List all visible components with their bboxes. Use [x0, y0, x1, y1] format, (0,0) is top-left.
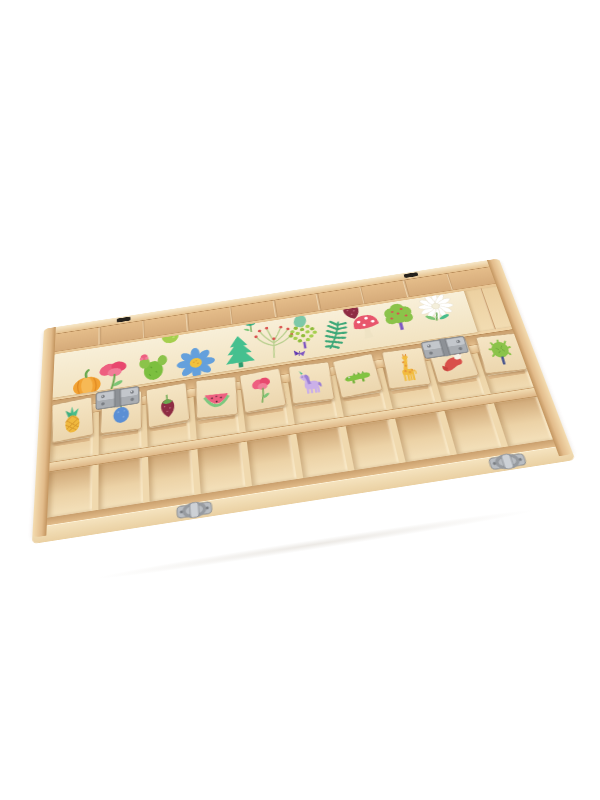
- lid-divider: [316, 294, 322, 311]
- lid-divider: [272, 300, 277, 317]
- tree-icon: [481, 338, 521, 369]
- empty-compartment: [346, 420, 400, 471]
- unicorn-icon: [293, 366, 329, 398]
- compartment-fox: [430, 354, 485, 401]
- empty-compartment: [296, 427, 348, 478]
- lid-divider: [186, 314, 190, 331]
- strip-picture-daisy: [413, 292, 460, 327]
- empty-compartment: [98, 458, 143, 510]
- compartment-pineapple: [50, 413, 93, 463]
- strawberry-icon: [151, 388, 185, 423]
- empty-compartment: [197, 442, 245, 494]
- lid-divider: [142, 320, 145, 337]
- lid-divider: [99, 327, 101, 344]
- compartment-watermelon: [194, 391, 240, 440]
- compartment-strawberry: [146, 398, 190, 447]
- empty-compartment: [247, 435, 297, 486]
- empty-compartment: [47, 465, 92, 517]
- compartment-plum: [99, 405, 142, 454]
- compartment-poppy: [241, 383, 289, 432]
- tile-unicorn[interactable]: [288, 361, 335, 404]
- daisy-icon: [413, 292, 460, 327]
- lid-divider: [446, 273, 454, 290]
- butterfly-icon: [290, 346, 310, 362]
- crocodile-icon: [338, 358, 377, 393]
- wooden-game-box: [14, 192, 557, 585]
- giraffe-icon: [387, 352, 425, 384]
- lid-latch-plate-left: [117, 317, 131, 323]
- strip-picture-cactus: [133, 347, 176, 386]
- poppy-icon: [244, 373, 280, 407]
- tile-poppy[interactable]: [239, 367, 287, 413]
- lid-divider: [229, 307, 233, 324]
- lid-divider: [479, 288, 496, 329]
- empty-compartment: [395, 412, 450, 462]
- lid-divider: [359, 287, 365, 304]
- cactus-icon: [133, 347, 176, 386]
- compartment-giraffe: [383, 361, 436, 409]
- strip-picture-butterfly: [290, 346, 310, 362]
- tile-watermelon[interactable]: [195, 376, 238, 419]
- product-photo: [0, 0, 600, 800]
- tile-strawberry[interactable]: [145, 382, 190, 428]
- empty-compartment: [444, 404, 501, 454]
- lid-divider: [403, 280, 410, 297]
- pineapple-icon: [56, 402, 88, 438]
- open-box: [32, 258, 573, 537]
- compartment-crocodile: [335, 369, 386, 417]
- lid-latch-plate-right: [404, 272, 419, 278]
- empty-compartment: [148, 450, 194, 502]
- watermelon-icon: [200, 381, 233, 413]
- compartment-unicorn: [288, 376, 337, 424]
